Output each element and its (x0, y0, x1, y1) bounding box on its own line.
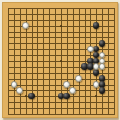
black-stone (99, 40, 106, 47)
black-stone (28, 93, 35, 100)
goban[interactable] (0, 0, 120, 120)
white-stone (69, 87, 76, 94)
white-stone (99, 63, 106, 70)
white-stone (87, 46, 94, 53)
white-stone (93, 81, 100, 88)
white-stone (75, 75, 82, 82)
black-stone (93, 69, 100, 76)
stones-layer (5, 5, 117, 117)
white-stone (11, 81, 18, 88)
black-stone (99, 87, 106, 94)
white-stone (22, 22, 29, 29)
white-stone (16, 87, 23, 94)
black-stone (93, 22, 100, 29)
black-stone (63, 93, 70, 100)
white-stone (63, 81, 70, 88)
